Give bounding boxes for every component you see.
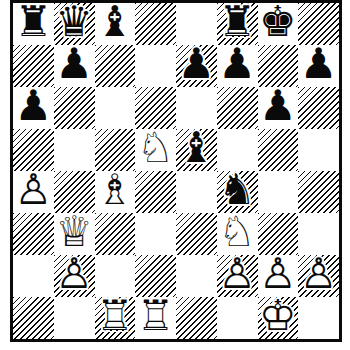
piece-white-king[interactable]: ♚♔ xyxy=(258,297,299,339)
piece-glyph: ♙ xyxy=(218,253,256,295)
square-a4[interactable]: ♟♙ xyxy=(13,171,54,213)
piece-white-bishop[interactable]: ♝♗ xyxy=(95,171,136,213)
square-b2[interactable]: ♟♙ xyxy=(54,255,95,297)
square-d1[interactable]: ♜♖ xyxy=(135,297,176,339)
piece-black-pawn[interactable]: ♟♟ xyxy=(217,45,258,87)
piece-glyph: ♙ xyxy=(55,253,93,295)
piece-black-king[interactable]: ♚♚ xyxy=(258,3,299,45)
square-c1[interactable]: ♜♖ xyxy=(95,297,136,339)
piece-white-pawn[interactable]: ♟♙ xyxy=(13,171,54,213)
piece-black-pawn[interactable]: ♟♟ xyxy=(176,45,217,87)
square-d7[interactable] xyxy=(135,45,176,87)
piece-glyph: ♔ xyxy=(259,295,297,337)
square-b7[interactable]: ♟♟ xyxy=(54,45,95,87)
square-b6[interactable] xyxy=(54,87,95,129)
piece-glyph: ♙ xyxy=(300,253,338,295)
piece-black-rook[interactable]: ♜♜ xyxy=(13,3,54,45)
square-f2[interactable]: ♟♙ xyxy=(217,255,258,297)
square-e4[interactable] xyxy=(176,171,217,213)
square-h5[interactable] xyxy=(298,129,339,171)
piece-glyph: ♖ xyxy=(96,295,134,337)
piece-black-pawn[interactable]: ♟♟ xyxy=(13,87,54,129)
square-c7[interactable] xyxy=(95,45,136,87)
square-d5[interactable]: ♞♘ xyxy=(135,129,176,171)
square-h2[interactable]: ♟♙ xyxy=(298,255,339,297)
piece-glyph: ♙ xyxy=(259,253,297,295)
square-d3[interactable] xyxy=(135,213,176,255)
piece-white-pawn[interactable]: ♟♙ xyxy=(217,255,258,297)
piece-black-pawn[interactable]: ♟♟ xyxy=(298,45,339,87)
piece-glyph: ♟ xyxy=(178,43,216,85)
square-h7[interactable]: ♟♟ xyxy=(298,45,339,87)
square-c3[interactable] xyxy=(95,213,136,255)
square-f7[interactable]: ♟♟ xyxy=(217,45,258,87)
square-g4[interactable] xyxy=(258,171,299,213)
piece-white-knight[interactable]: ♞♘ xyxy=(135,129,176,171)
square-c8[interactable]: ♝♝ xyxy=(95,3,136,45)
piece-white-rook[interactable]: ♜♖ xyxy=(95,297,136,339)
square-d4[interactable] xyxy=(135,171,176,213)
piece-white-pawn[interactable]: ♟♙ xyxy=(298,255,339,297)
piece-white-rook[interactable]: ♜♖ xyxy=(135,297,176,339)
piece-glyph: ♛ xyxy=(55,1,93,43)
piece-glyph: ♜ xyxy=(218,1,256,43)
piece-glyph: ♙ xyxy=(15,169,53,211)
piece-glyph: ♟ xyxy=(259,85,297,127)
square-h6[interactable] xyxy=(298,87,339,129)
piece-glyph: ♝ xyxy=(178,127,216,169)
piece-glyph: ♟ xyxy=(15,85,53,127)
piece-glyph: ♘ xyxy=(218,211,256,253)
piece-white-pawn[interactable]: ♟♙ xyxy=(54,255,95,297)
square-a6[interactable]: ♟♟ xyxy=(13,87,54,129)
square-f1[interactable] xyxy=(217,297,258,339)
piece-black-bishop[interactable]: ♝♝ xyxy=(176,129,217,171)
square-g8[interactable]: ♚♚ xyxy=(258,3,299,45)
square-g6[interactable]: ♟♟ xyxy=(258,87,299,129)
chess-diagram: ♜♜♛♛♝♝♜♜♚♚♟♟♟♟♟♟♟♟♟♟♟♟♞♘♝♝♟♙♝♗♞♞♛♕♞♘♟♙♟♙… xyxy=(0,0,350,350)
piece-black-bishop[interactable]: ♝♝ xyxy=(95,3,136,45)
piece-glyph: ♟ xyxy=(55,43,93,85)
square-e1[interactable] xyxy=(176,297,217,339)
square-e3[interactable] xyxy=(176,213,217,255)
piece-glyph: ♘ xyxy=(137,127,175,169)
square-b1[interactable] xyxy=(54,297,95,339)
piece-black-pawn[interactable]: ♟♟ xyxy=(258,87,299,129)
square-b5[interactable] xyxy=(54,129,95,171)
square-c6[interactable] xyxy=(95,87,136,129)
board-frame: ♜♜♛♛♝♝♜♜♚♚♟♟♟♟♟♟♟♟♟♟♟♟♞♘♝♝♟♙♝♗♞♞♛♕♞♘♟♙♟♙… xyxy=(10,0,342,342)
chess-board: ♜♜♛♛♝♝♜♜♚♚♟♟♟♟♟♟♟♟♟♟♟♟♞♘♝♝♟♙♝♗♞♞♛♕♞♘♟♙♟♙… xyxy=(13,3,339,339)
piece-glyph: ♗ xyxy=(96,169,134,211)
square-c4[interactable]: ♝♗ xyxy=(95,171,136,213)
square-a3[interactable] xyxy=(13,213,54,255)
square-e5[interactable]: ♝♝ xyxy=(176,129,217,171)
square-g1[interactable]: ♚♔ xyxy=(258,297,299,339)
piece-black-pawn[interactable]: ♟♟ xyxy=(54,45,95,87)
square-a8[interactable]: ♜♜ xyxy=(13,3,54,45)
piece-glyph: ♝ xyxy=(96,1,134,43)
square-d8[interactable] xyxy=(135,3,176,45)
square-e2[interactable] xyxy=(176,255,217,297)
square-f6[interactable] xyxy=(217,87,258,129)
square-h4[interactable] xyxy=(298,171,339,213)
piece-glyph: ♟ xyxy=(300,43,338,85)
piece-glyph: ♕ xyxy=(55,211,93,253)
piece-glyph: ♞ xyxy=(218,169,256,211)
piece-glyph: ♜ xyxy=(15,1,53,43)
square-e7[interactable]: ♟♟ xyxy=(176,45,217,87)
square-a1[interactable] xyxy=(13,297,54,339)
square-h1[interactable] xyxy=(298,297,339,339)
piece-glyph: ♖ xyxy=(137,295,175,337)
piece-glyph: ♟ xyxy=(218,43,256,85)
square-a2[interactable] xyxy=(13,255,54,297)
piece-glyph: ♚ xyxy=(259,1,297,43)
square-g5[interactable] xyxy=(258,129,299,171)
